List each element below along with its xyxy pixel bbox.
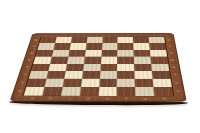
square-a2 xyxy=(26,79,46,87)
square-a4 xyxy=(31,64,50,71)
square-a5 xyxy=(33,56,51,63)
coordinate-label: g xyxy=(136,97,155,101)
square-e6 xyxy=(101,50,118,57)
square-f6 xyxy=(117,50,134,57)
square-e4 xyxy=(100,64,117,71)
chessboard: abcdefgh 87654321 87654321 xyxy=(10,33,187,102)
square-f4 xyxy=(117,64,134,71)
square-b4 xyxy=(48,64,67,71)
coordinate-label: 5 xyxy=(169,56,177,63)
square-g5 xyxy=(134,56,151,63)
square-g6 xyxy=(134,50,151,57)
square-a6 xyxy=(35,50,53,57)
square-b6 xyxy=(52,50,70,57)
square-c3 xyxy=(64,71,83,79)
square-h5 xyxy=(151,56,169,63)
square-e1 xyxy=(98,87,117,96)
play-area xyxy=(24,37,174,96)
square-d3 xyxy=(82,71,100,79)
square-c2 xyxy=(62,79,81,87)
square-a1 xyxy=(24,87,45,96)
square-d6 xyxy=(85,50,102,57)
coordinate-label: f xyxy=(117,97,136,101)
coordinate-label: a xyxy=(22,96,42,100)
square-f5 xyxy=(117,56,134,63)
square-b5 xyxy=(50,56,68,63)
square-b2 xyxy=(44,79,64,87)
coordinate-label: 4 xyxy=(170,64,178,71)
square-a3 xyxy=(29,71,49,79)
square-h4 xyxy=(151,64,169,71)
coordinate-label: c xyxy=(60,96,79,100)
square-f1 xyxy=(117,87,136,96)
square-d1 xyxy=(79,87,98,96)
coordinate-label: 2 xyxy=(172,79,181,87)
square-h3 xyxy=(152,71,171,79)
coordinate-label: 3 xyxy=(171,71,180,79)
square-c6 xyxy=(68,50,85,57)
square-d2 xyxy=(81,79,100,87)
coordinate-label: h xyxy=(154,97,173,101)
square-d4 xyxy=(83,64,101,71)
board-frame: abcdefgh 87654321 87654321 xyxy=(10,33,187,102)
square-h2 xyxy=(153,79,172,87)
coordinate-label: e xyxy=(98,97,117,101)
product-photo: abcdefgh 87654321 87654321 xyxy=(0,0,200,133)
square-g2 xyxy=(135,79,154,87)
square-g1 xyxy=(135,87,154,96)
square-c5 xyxy=(67,56,85,63)
square-h1 xyxy=(154,87,174,96)
square-g3 xyxy=(135,71,153,79)
square-c1 xyxy=(61,87,81,96)
square-e3 xyxy=(99,71,117,79)
square-b1 xyxy=(42,87,62,96)
square-e5 xyxy=(101,56,118,63)
square-c4 xyxy=(65,64,83,71)
file-labels: abcdefgh xyxy=(22,96,174,100)
coordinate-label: 6 xyxy=(167,50,175,57)
coordinate-label: d xyxy=(79,96,98,100)
square-e2 xyxy=(99,79,117,87)
coordinate-label: b xyxy=(41,96,61,100)
square-g4 xyxy=(134,64,152,71)
square-f3 xyxy=(117,71,135,79)
square-d5 xyxy=(84,56,101,63)
coordinate-label: 1 xyxy=(174,87,183,96)
square-f2 xyxy=(117,79,135,87)
square-b3 xyxy=(46,71,65,79)
square-h6 xyxy=(150,50,167,57)
